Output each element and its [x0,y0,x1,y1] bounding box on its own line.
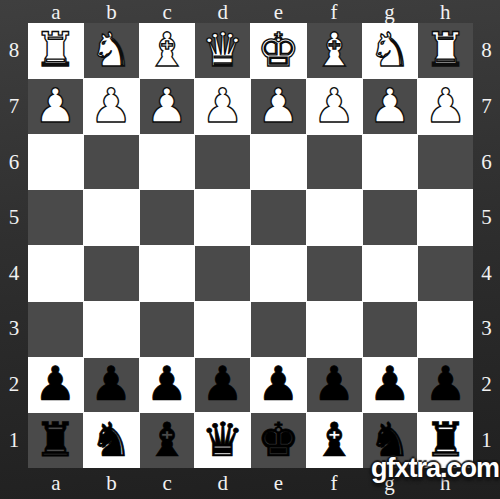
white-pawn[interactable]: ♟ [34,82,76,129]
square-h2[interactable]: ♟ [418,358,473,413]
white-pawn[interactable]: ♟ [90,82,132,129]
black-pawn[interactable]: ♟ [369,360,411,407]
square-g7[interactable]: ♟ [363,79,418,134]
square-f8[interactable]: ♝ [307,23,362,78]
square-g2[interactable]: ♟ [363,358,418,413]
black-rook[interactable]: ♜ [34,416,76,463]
black-pawn[interactable]: ♟ [34,360,76,407]
square-a2[interactable]: ♟ [28,358,83,413]
square-a6[interactable] [28,135,83,190]
square-c8[interactable]: ♝ [140,23,195,78]
white-rook[interactable]: ♜ [34,26,76,73]
file-label-e: e [251,468,307,499]
square-e4[interactable] [251,246,306,301]
black-bishop[interactable]: ♝ [313,416,355,463]
rank-label-1: 1 [0,412,28,468]
square-d5[interactable] [195,190,250,245]
square-c3[interactable] [140,302,195,357]
square-b6[interactable] [84,135,139,190]
rank-label-7: 7 [0,79,28,135]
white-pawn[interactable]: ♟ [369,82,411,129]
white-bishop[interactable]: ♝ [313,26,355,73]
black-pawn[interactable]: ♟ [202,360,244,407]
chessboard-diagram: abcdefgh 87654321 ♜♞♝♛♚♝♞♜♟♟♟♟♟♟♟♟♟♟♟♟♟♟… [0,0,500,499]
square-b4[interactable] [84,246,139,301]
square-h4[interactable] [418,246,473,301]
square-f2[interactable]: ♟ [307,358,362,413]
square-f3[interactable] [307,302,362,357]
white-bishop[interactable]: ♝ [146,26,188,73]
square-g5[interactable] [363,190,418,245]
square-h7[interactable]: ♟ [418,79,473,134]
square-a5[interactable] [28,190,83,245]
square-d3[interactable] [195,302,250,357]
black-pawn[interactable]: ♟ [425,360,467,407]
file-labels-top: abcdefgh [28,0,473,23]
square-f1[interactable]: ♝ [307,413,362,468]
rank-label-2: 2 [473,357,500,413]
square-b3[interactable] [84,302,139,357]
file-label-b: b [84,468,140,499]
white-queen[interactable]: ♛ [202,26,244,73]
black-pawn[interactable]: ♟ [146,360,188,407]
square-a4[interactable] [28,246,83,301]
rank-label-5: 5 [0,190,28,246]
square-g3[interactable] [363,302,418,357]
square-a1[interactable]: ♜ [28,413,83,468]
board: ♜♞♝♛♚♝♞♜♟♟♟♟♟♟♟♟♟♟♟♟♟♟♟♟♜♞♝♛♚♝♞♜ [28,23,473,468]
square-f4[interactable] [307,246,362,301]
square-b5[interactable] [84,190,139,245]
square-e6[interactable] [251,135,306,190]
square-g6[interactable] [363,135,418,190]
white-pawn[interactable]: ♟ [146,82,188,129]
file-label-d: d [195,468,251,499]
square-e7[interactable]: ♟ [251,79,306,134]
square-b8[interactable]: ♞ [84,23,139,78]
rank-label-5: 5 [473,190,500,246]
file-label-c: c [139,468,195,499]
black-queen[interactable]: ♛ [202,416,244,463]
rank-labels-right: 87654321 [473,23,500,468]
watermark: gfxtra.com [371,453,499,484]
white-pawn[interactable]: ♟ [257,82,299,129]
square-h8[interactable]: ♜ [418,23,473,78]
square-a3[interactable] [28,302,83,357]
file-label-a: a [28,468,84,499]
square-e2[interactable]: ♟ [251,358,306,413]
rank-label-6: 6 [0,134,28,190]
black-pawn[interactable]: ♟ [313,360,355,407]
square-h3[interactable] [418,302,473,357]
rank-label-4: 4 [473,246,500,302]
square-c2[interactable]: ♟ [140,358,195,413]
white-king[interactable]: ♚ [257,26,299,73]
square-g4[interactable] [363,246,418,301]
white-pawn[interactable]: ♟ [202,82,244,129]
black-pawn[interactable]: ♟ [257,360,299,407]
square-h5[interactable] [418,190,473,245]
square-d4[interactable] [195,246,250,301]
rank-label-2: 2 [0,357,28,413]
square-b2[interactable]: ♟ [84,358,139,413]
black-bishop[interactable]: ♝ [146,416,188,463]
square-d1[interactable]: ♛ [195,413,250,468]
square-d6[interactable] [195,135,250,190]
square-a7[interactable]: ♟ [28,79,83,134]
square-d8[interactable]: ♛ [195,23,250,78]
square-g8[interactable]: ♞ [363,23,418,78]
square-f7[interactable]: ♟ [307,79,362,134]
white-pawn[interactable]: ♟ [313,82,355,129]
white-rook[interactable]: ♜ [425,26,467,73]
rank-label-7: 7 [473,79,500,135]
rank-label-3: 3 [473,301,500,357]
square-b7[interactable]: ♟ [84,79,139,134]
white-knight[interactable]: ♞ [369,26,411,73]
square-e3[interactable] [251,302,306,357]
square-c1[interactable]: ♝ [140,413,195,468]
square-a8[interactable]: ♜ [28,23,83,78]
square-e1[interactable]: ♚ [251,413,306,468]
square-c5[interactable] [140,190,195,245]
square-c4[interactable] [140,246,195,301]
white-pawn[interactable]: ♟ [425,82,467,129]
square-f6[interactable] [307,135,362,190]
rank-label-3: 3 [0,301,28,357]
square-d7[interactable]: ♟ [195,79,250,134]
black-pawn[interactable]: ♟ [90,360,132,407]
square-h6[interactable] [418,135,473,190]
square-e8[interactable]: ♚ [251,23,306,78]
square-b1[interactable]: ♞ [84,413,139,468]
square-e5[interactable] [251,190,306,245]
rank-labels-left: 87654321 [0,23,28,468]
black-king[interactable]: ♚ [257,416,299,463]
rank-label-4: 4 [0,246,28,302]
white-knight[interactable]: ♞ [90,26,132,73]
square-c6[interactable] [140,135,195,190]
rank-label-8: 8 [0,23,28,79]
rank-label-8: 8 [473,23,500,79]
file-label-f: f [306,468,362,499]
rank-label-6: 6 [473,134,500,190]
square-f5[interactable] [307,190,362,245]
square-d2[interactable]: ♟ [195,358,250,413]
black-knight[interactable]: ♞ [90,416,132,463]
square-c7[interactable]: ♟ [140,79,195,134]
